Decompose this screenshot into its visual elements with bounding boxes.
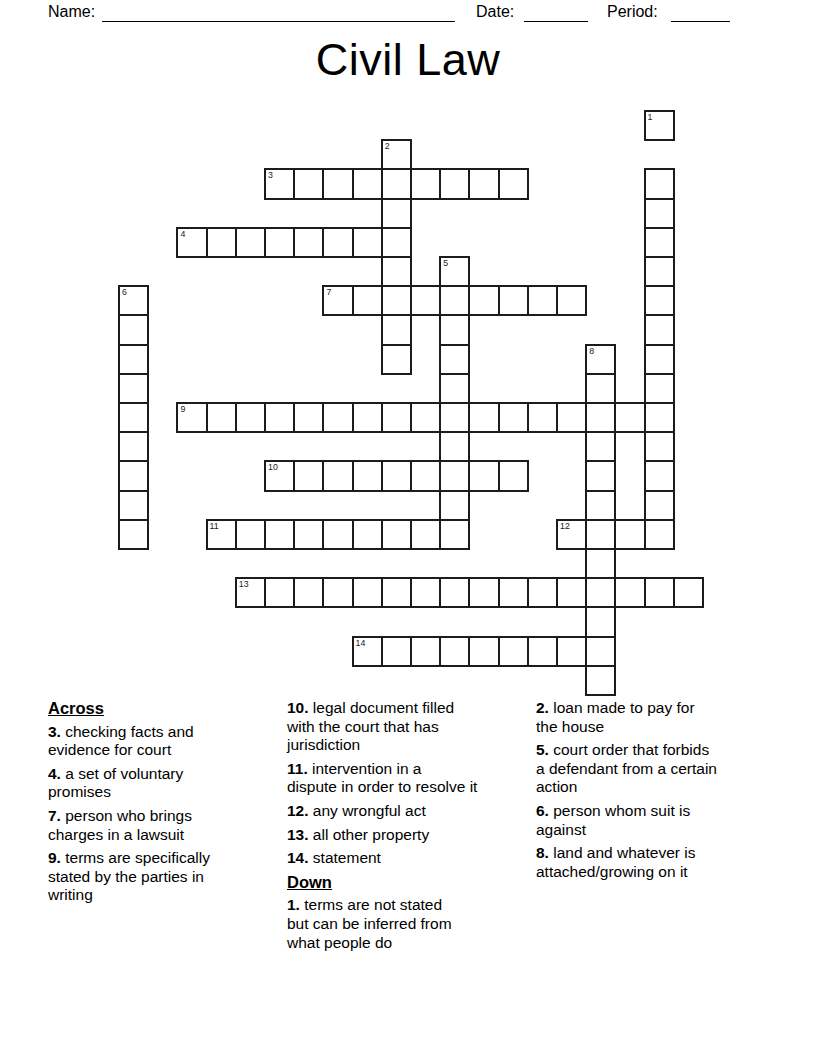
clue-item-number: 11.: [287, 760, 308, 777]
grid-cell-r14c18[interactable]: [644, 519, 675, 550]
clue-item-number: 10.: [287, 699, 309, 716]
clue-item-7: 7. person who bringscharges in a lawsuit: [48, 807, 280, 844]
clue-item-11: 11. intervention in adispute in order to…: [287, 760, 533, 797]
grid-cell-r8c18[interactable]: [644, 344, 675, 375]
clue-item-number: 8.: [536, 844, 549, 861]
grid-cell-r10c7[interactable]: [322, 402, 353, 433]
grid-cell-r3c9[interactable]: [381, 198, 412, 229]
clue-item-number: 4.: [48, 765, 61, 782]
grid-cell-r12c18[interactable]: [644, 460, 675, 491]
grid-cell-r6c8[interactable]: [352, 285, 383, 316]
grid-cell-r6c0[interactable]: 6: [118, 285, 149, 316]
page-title: Civil Law: [0, 34, 816, 86]
grid-cell-r6c10[interactable]: [410, 285, 441, 316]
grid-cell-r18c16[interactable]: [585, 636, 616, 667]
grid-cell-r18c10[interactable]: [410, 636, 441, 667]
clue-number-12: 12: [560, 521, 570, 531]
grid-cell-r12c8[interactable]: [352, 460, 383, 491]
grid-cell-r16c17[interactable]: [614, 577, 645, 608]
date-blank-field[interactable]: [524, 6, 588, 22]
grid-cell-r13c16[interactable]: [585, 490, 616, 521]
period-blank-field[interactable]: [671, 6, 730, 22]
grid-cell-r6c14[interactable]: [527, 285, 558, 316]
grid-cell-r14c10[interactable]: [410, 519, 441, 550]
clue-item-8: 8. land and whatever isattached/growing …: [536, 844, 756, 881]
grid-cell-r18c15[interactable]: [556, 636, 587, 667]
clue-number-13: 13: [239, 579, 249, 589]
grid-cell-r14c5[interactable]: [264, 519, 295, 550]
grid-cell-r6c7[interactable]: 7: [322, 285, 353, 316]
grid-cell-r17c16[interactable]: [585, 606, 616, 637]
grid-cell-r10c0[interactable]: [118, 402, 149, 433]
grid-cell-r2c11[interactable]: [439, 168, 470, 199]
clue-item-number: 6.: [536, 802, 549, 819]
grid-cell-r7c11[interactable]: [439, 314, 470, 345]
grid-cell-r4c4[interactable]: [235, 227, 266, 258]
grid-cell-r14c0[interactable]: [118, 519, 149, 550]
clue-number-10: 10: [268, 462, 278, 472]
grid-cell-r10c2[interactable]: 9: [176, 402, 207, 433]
grid-cell-r12c9[interactable]: [381, 460, 412, 491]
grid-cell-r10c6[interactable]: [293, 402, 324, 433]
grid-cell-r10c4[interactable]: [235, 402, 266, 433]
grid-cell-r8c11[interactable]: [439, 344, 470, 375]
name-label: Name:: [48, 3, 95, 21]
grid-cell-r0c18[interactable]: 1: [644, 110, 675, 141]
grid-cell-r14c7[interactable]: [322, 519, 353, 550]
clue-item-number: 5.: [536, 741, 549, 758]
grid-cell-r12c10[interactable]: [410, 460, 441, 491]
grid-cell-r12c5[interactable]: 10: [264, 460, 295, 491]
grid-cell-r16c11[interactable]: [439, 577, 470, 608]
clue-section-header-down: Down: [287, 873, 533, 892]
grid-cell-r18c11[interactable]: [439, 636, 470, 667]
grid-cell-r9c18[interactable]: [644, 373, 675, 404]
grid-cell-r9c0[interactable]: [118, 373, 149, 404]
clue-section-header-across: Across: [48, 699, 280, 718]
grid-cell-r18c12[interactable]: [468, 636, 499, 667]
clue-number-11: 11: [210, 521, 219, 531]
grid-cell-r4c9[interactable]: [381, 227, 412, 258]
clue-item-3: 3. checking facts andevidence for court: [48, 723, 280, 760]
grid-cell-r6c18[interactable]: [644, 285, 675, 316]
grid-cell-r10c17[interactable]: [614, 402, 645, 433]
grid-cell-r16c8[interactable]: [352, 577, 383, 608]
crossword-grid: 1234567891011121314: [118, 110, 704, 696]
clue-item-number: 2.: [536, 699, 549, 716]
clue-number-9: 9: [180, 404, 185, 414]
grid-cell-r10c13[interactable]: [498, 402, 529, 433]
clue-number-8: 8: [589, 346, 594, 356]
clue-item-1: 1. terms are not statedbut can be inferr…: [287, 896, 533, 952]
grid-cell-r16c10[interactable]: [410, 577, 441, 608]
clue-number-7: 7: [326, 287, 331, 297]
grid-cell-r10c11[interactable]: [439, 402, 470, 433]
grid-cell-r2c7[interactable]: [322, 168, 353, 199]
grid-cell-r16c13[interactable]: [498, 577, 529, 608]
grid-cell-r7c9[interactable]: [381, 314, 412, 345]
grid-cell-r1c9[interactable]: 2: [381, 139, 412, 170]
clue-item-10: 10. legal document filledwith the court …: [287, 699, 533, 755]
grid-cell-r14c6[interactable]: [293, 519, 324, 550]
grid-cell-r9c11[interactable]: [439, 373, 470, 404]
grid-cell-r4c3[interactable]: [206, 227, 237, 258]
grid-cell-r15c16[interactable]: [585, 548, 616, 579]
grid-cell-r2c13[interactable]: [498, 168, 529, 199]
grid-cell-r12c6[interactable]: [293, 460, 324, 491]
clue-number-4: 4: [180, 229, 185, 239]
grid-cell-r16c18[interactable]: [644, 577, 675, 608]
grid-cell-r16c14[interactable]: [527, 577, 558, 608]
grid-cell-r14c17[interactable]: [614, 519, 645, 550]
grid-cell-r13c11[interactable]: [439, 490, 470, 521]
grid-cell-r5c11[interactable]: 5: [439, 256, 470, 287]
grid-cell-r4c6[interactable]: [293, 227, 324, 258]
grid-cell-r18c14[interactable]: [527, 636, 558, 667]
grid-cell-r6c12[interactable]: [468, 285, 499, 316]
grid-cell-r3c18[interactable]: [644, 198, 675, 229]
grid-cell-r4c7[interactable]: [322, 227, 353, 258]
grid-cell-r16c12[interactable]: [468, 577, 499, 608]
grid-cell-r2c9[interactable]: [381, 168, 412, 199]
clue-item-number: 7.: [48, 807, 61, 824]
grid-cell-r10c12[interactable]: [468, 402, 499, 433]
grid-cell-r7c18[interactable]: [644, 314, 675, 345]
grid-cell-r18c13[interactable]: [498, 636, 529, 667]
grid-cell-r11c18[interactable]: [644, 431, 675, 462]
grid-cell-r10c8[interactable]: [352, 402, 383, 433]
grid-cell-r16c19[interactable]: [673, 577, 704, 608]
clue-number-2: 2: [385, 141, 390, 151]
grid-cell-r2c18[interactable]: [644, 168, 675, 199]
grid-cell-r13c18[interactable]: [644, 490, 675, 521]
grid-cell-r10c3[interactable]: [206, 402, 237, 433]
clue-item-number: 1.: [287, 896, 300, 913]
grid-cell-r12c7[interactable]: [322, 460, 353, 491]
clue-item-13: 13. all other property: [287, 826, 533, 845]
grid-cell-r11c0[interactable]: [118, 431, 149, 462]
grid-cell-r6c11[interactable]: [439, 285, 470, 316]
grid-cell-r4c8[interactable]: [352, 227, 383, 258]
clue-number-14: 14: [356, 638, 366, 648]
clue-number-3: 3: [268, 170, 273, 180]
grid-cell-r16c5[interactable]: [264, 577, 295, 608]
grid-cell-r10c18[interactable]: [644, 402, 675, 433]
grid-cell-r18c9[interactable]: [381, 636, 412, 667]
grid-cell-r6c15[interactable]: [556, 285, 587, 316]
grid-cell-r2c5[interactable]: 3: [264, 168, 295, 199]
grid-cell-r8c9[interactable]: [381, 344, 412, 375]
clue-item-4: 4. a set of voluntarypromises: [48, 765, 280, 802]
grid-cell-r8c0[interactable]: [118, 344, 149, 375]
grid-cell-r4c18[interactable]: [644, 227, 675, 258]
grid-cell-r12c13[interactable]: [498, 460, 529, 491]
grid-cell-r7c0[interactable]: [118, 314, 149, 345]
grid-cell-r11c16[interactable]: [585, 431, 616, 462]
clue-number-1: 1: [648, 112, 653, 122]
grid-cell-r18c8[interactable]: 14: [352, 636, 383, 667]
grid-cell-r14c16[interactable]: [585, 519, 616, 550]
grid-cell-r4c5[interactable]: [264, 227, 295, 258]
clue-column-across: Across3. checking facts andevidence for …: [48, 699, 280, 910]
grid-cell-r10c5[interactable]: [264, 402, 295, 433]
period-label: Period:: [607, 3, 658, 21]
grid-cell-r16c15[interactable]: [556, 577, 587, 608]
grid-cell-r12c0[interactable]: [118, 460, 149, 491]
grid-cell-r2c6[interactable]: [293, 168, 324, 199]
clue-item-6: 6. person whom suit isagainst: [536, 802, 756, 839]
clue-column-down: 2. loan made to pay forthe house5. court…: [536, 699, 756, 886]
grid-cell-r14c11[interactable]: [439, 519, 470, 550]
grid-cell-r14c4[interactable]: [235, 519, 266, 550]
clue-number-5: 5: [443, 258, 448, 268]
grid-cell-r13c0[interactable]: [118, 490, 149, 521]
clue-item-number: 3.: [48, 723, 61, 740]
grid-cell-r10c9[interactable]: [381, 402, 412, 433]
grid-cell-r16c6[interactable]: [293, 577, 324, 608]
grid-cell-r8c16[interactable]: 8: [585, 344, 616, 375]
grid-cell-r10c14[interactable]: [527, 402, 558, 433]
grid-cell-r12c16[interactable]: [585, 460, 616, 491]
clue-item-5: 5. court order that forbidsa defendant f…: [536, 741, 756, 797]
clue-item-number: 13.: [287, 826, 309, 843]
grid-cell-r2c8[interactable]: [352, 168, 383, 199]
grid-cell-r14c3[interactable]: 11: [206, 519, 237, 550]
grid-cell-r11c11[interactable]: [439, 431, 470, 462]
clue-item-14: 14. statement: [287, 849, 533, 868]
grid-cell-r9c16[interactable]: [585, 373, 616, 404]
grid-cell-r6c13[interactable]: [498, 285, 529, 316]
clue-item-number: 9.: [48, 849, 61, 866]
name-blank-field[interactable]: [102, 6, 455, 22]
grid-cell-r19c16[interactable]: [585, 665, 616, 696]
grid-cell-r16c16[interactable]: [585, 577, 616, 608]
grid-cell-r5c9[interactable]: [381, 256, 412, 287]
grid-cell-r5c18[interactable]: [644, 256, 675, 287]
grid-cell-r10c10[interactable]: [410, 402, 441, 433]
grid-cell-r14c15[interactable]: 12: [556, 519, 587, 550]
clue-item-number: 14.: [287, 849, 309, 866]
grid-cell-r16c4[interactable]: 13: [235, 577, 266, 608]
grid-cell-r14c9[interactable]: [381, 519, 412, 550]
grid-cell-r6c9[interactable]: [381, 285, 412, 316]
clue-item-number: 12.: [287, 802, 309, 819]
grid-cell-r4c2[interactable]: 4: [176, 227, 207, 258]
grid-cell-r10c15[interactable]: [556, 402, 587, 433]
grid-cell-r16c7[interactable]: [322, 577, 353, 608]
grid-cell-r12c12[interactable]: [468, 460, 499, 491]
clue-item-2: 2. loan made to pay forthe house: [536, 699, 756, 736]
grid-cell-r14c8[interactable]: [352, 519, 383, 550]
clue-column-middle: 10. legal document filledwith the court …: [287, 699, 533, 957]
clue-item-12: 12. any wrongful act: [287, 802, 533, 821]
clue-item-9: 9. terms are specificallystated by the p…: [48, 849, 280, 905]
grid-cell-r2c10[interactable]: [410, 168, 441, 199]
grid-cell-r2c12[interactable]: [468, 168, 499, 199]
clue-number-6: 6: [122, 287, 127, 297]
grid-cell-r10c16[interactable]: [585, 402, 616, 433]
grid-cell-r16c9[interactable]: [381, 577, 412, 608]
grid-cell-r12c11[interactable]: [439, 460, 470, 491]
date-label: Date:: [476, 3, 514, 21]
